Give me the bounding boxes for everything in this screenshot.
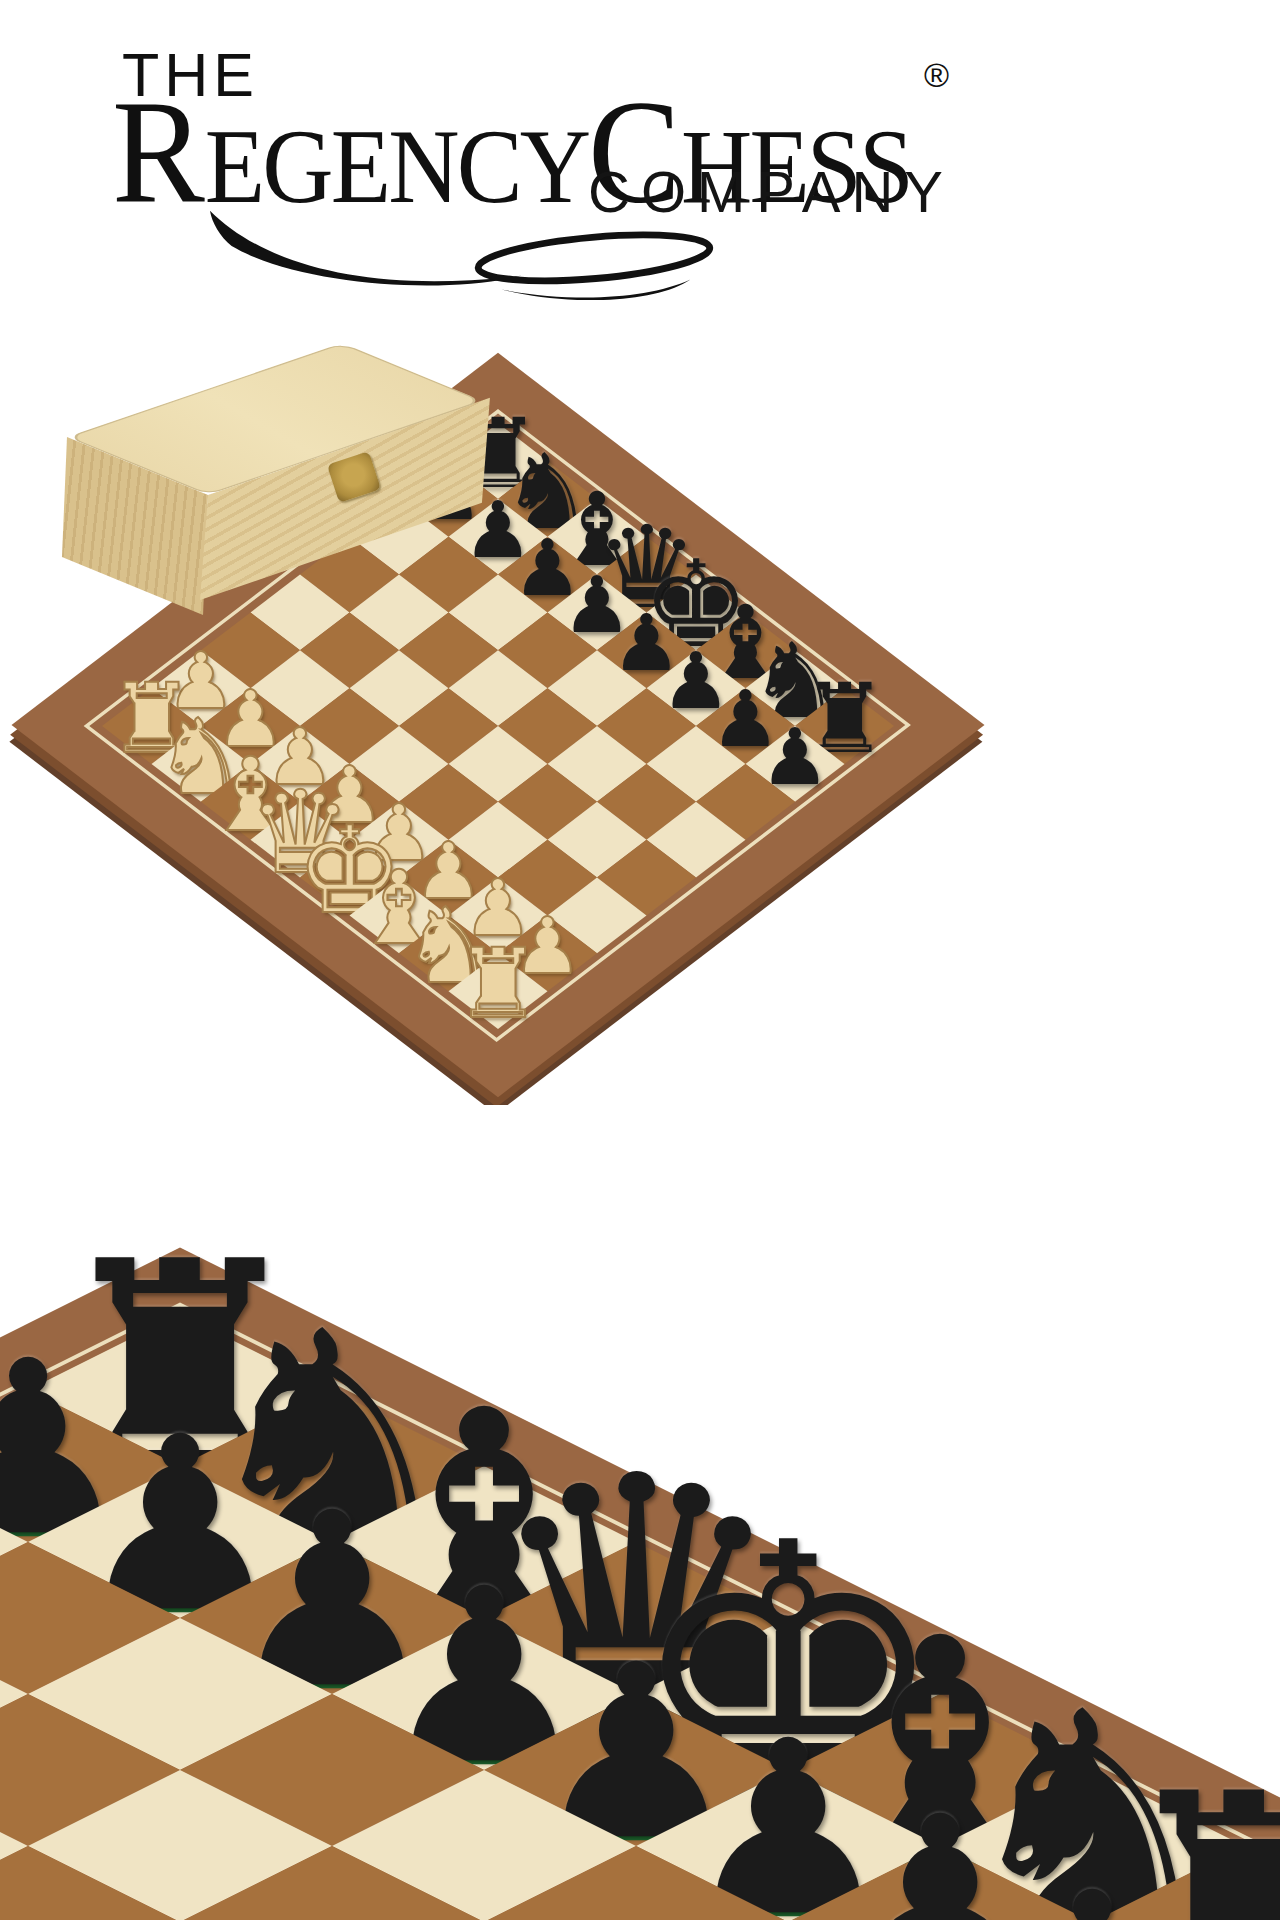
closeup-chessboard: ♜♞♝♛♚♝♞♜♟♟♟♟♟♟♟♟♟♟♟♟♟♟♟♟♜♞♝♛♚♝♞♜ [0, 1247, 1280, 1920]
logo-initial-r: R [112, 70, 205, 234]
regency-chess-logo: THE REGENCYCHESS ® COMPANY [0, 0, 1280, 280]
wooden-storage-box [60, 335, 500, 615]
closeup-photo: ♜♞♝♛♚♝♞♜♟♟♟♟♟♟♟♟♟♟♟♟♟♟♟♟♜♞♝♛♚♝♞♜ [0, 1105, 1280, 1920]
product-photo-page: THE REGENCYCHESS ® COMPANY ♜♞♝♛♚♝♞♜♟♟♟♟♟… [0, 0, 1280, 1920]
logo-swash-flourish [208, 204, 720, 300]
registered-trademark-icon: ® [924, 56, 949, 95]
closeup-board-grid: ♜♞♝♛♚♝♞♜♟♟♟♟♟♟♟♟♟♟♟♟♟♟♟♟♜♞♝♛♚♝♞♜ [0, 1314, 1280, 1920]
closeup-board-inlay-line: ♜♞♝♛♚♝♞♜♟♟♟♟♟♟♟♟♟♟♟♟♟♟♟♟♜♞♝♛♚♝♞♜ [0, 1303, 1280, 1920]
